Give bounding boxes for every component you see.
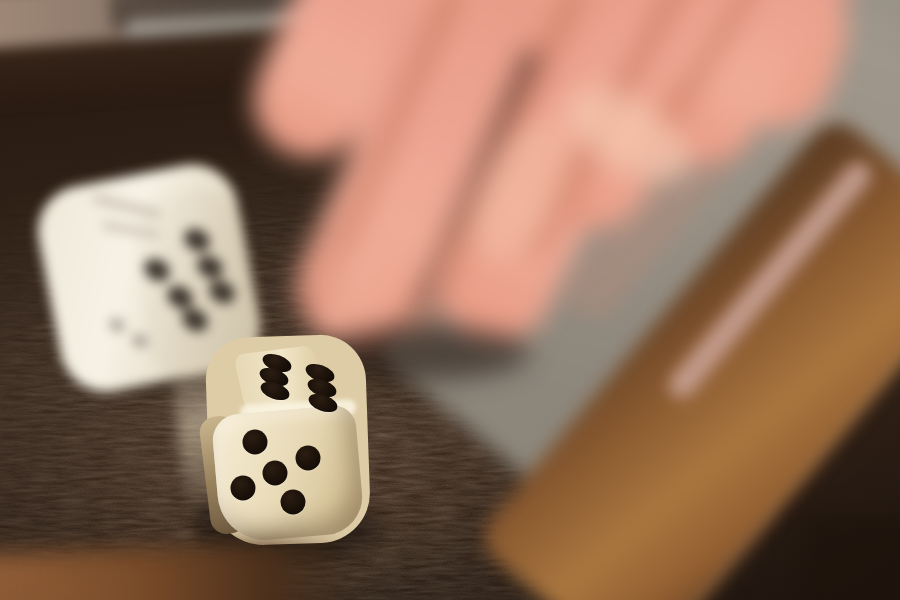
- dice-throw-photo: [0, 0, 900, 600]
- vignette: [0, 0, 900, 600]
